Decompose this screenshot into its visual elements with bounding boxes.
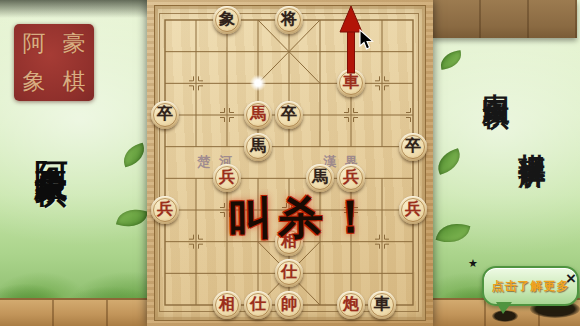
- screen: 阿 豪 象 棋 阿豪象棋 中国象棋 棋理讲解 ★ 点击了解更多 × 楚河 漢界 …: [0, 0, 580, 326]
- left-channel-title: 阿豪象棋: [28, 136, 73, 152]
- close-icon[interactable]: ×: [566, 270, 576, 287]
- seal-char: 豪: [63, 32, 86, 55]
- seal-char: 棋: [63, 70, 86, 93]
- annotation-text: 叫杀！: [227, 187, 378, 250]
- wood-shelf: [433, 0, 577, 38]
- xiangqi-board[interactable]: 楚河 漢界 象将車卒馬卒馬卒兵馬兵兵兵相仕相仕帥炮車: [147, 0, 433, 326]
- top-shade: [0, 0, 147, 18]
- move-arrow: [147, 0, 433, 326]
- right-title-sub: 棋理讲解: [514, 132, 550, 144]
- learn-more-label[interactable]: 点击了解更多: [492, 278, 570, 295]
- seal-char: 阿: [23, 32, 46, 55]
- right-title-main: 中国象棋: [478, 72, 514, 84]
- seal-char: 象: [23, 70, 46, 93]
- learn-more-bubble[interactable]: 点击了解更多 ×: [482, 266, 579, 306]
- mouse-cursor: [359, 29, 375, 51]
- star-icon: ★: [468, 257, 478, 270]
- channel-seal: 阿 豪 象 棋: [14, 24, 94, 101]
